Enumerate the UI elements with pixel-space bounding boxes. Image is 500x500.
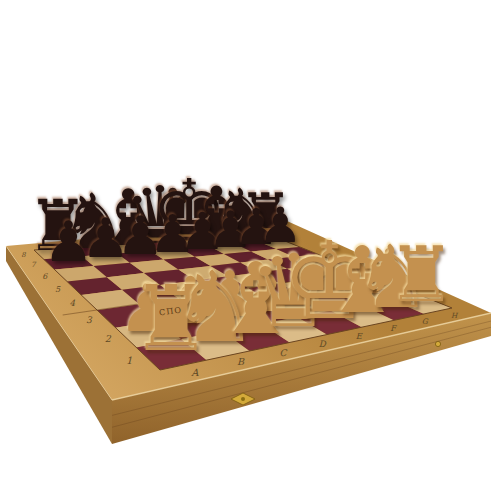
chess-set-photo: 12345678ABCDEFGH ♜♞♝♛♚♝♞♜♟♟♟♟♟♟♟♟♟♟♟♟♟♟♟… [0,0,500,500]
piece-white-rook-h1[interactable]: ♜ [387,237,456,314]
pieces-layer: ♜♞♝♛♚♝♞♜♟♟♟♟♟♟♟♟♟♟♟♟♟♟♟♟♜♞♝♛♚♝♞♜CПO [0,0,500,500]
